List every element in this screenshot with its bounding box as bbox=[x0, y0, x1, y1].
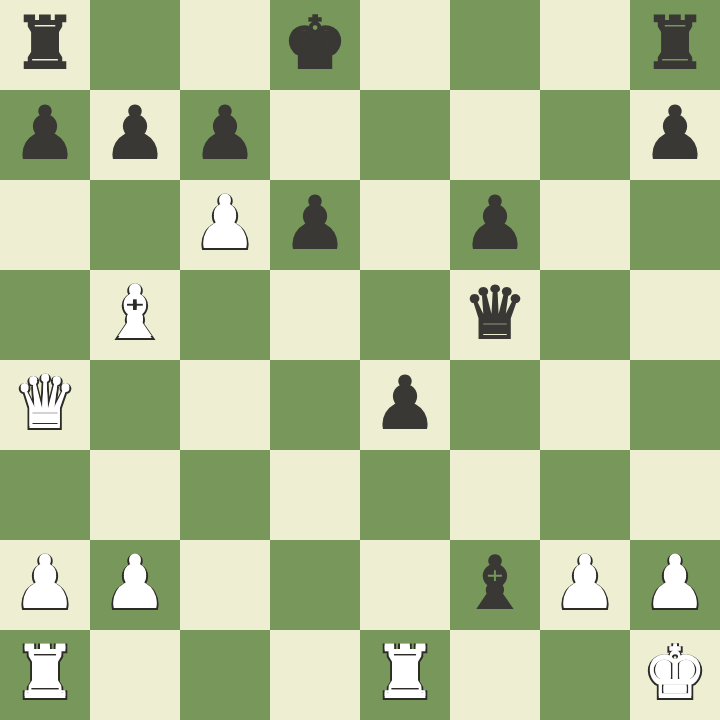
square-g4[interactable] bbox=[540, 360, 630, 450]
piece-fill: ♟ bbox=[193, 176, 258, 266]
piece-white-queen-a4[interactable]: ♛♛ bbox=[13, 358, 78, 448]
square-c1[interactable] bbox=[180, 630, 270, 720]
square-h2[interactable]: ♟♟ bbox=[630, 540, 720, 630]
piece-black-rook-h8[interactable]: ♜ bbox=[643, 0, 708, 88]
square-b4[interactable] bbox=[90, 360, 180, 450]
square-b6[interactable] bbox=[90, 180, 180, 270]
piece-fill: ♛ bbox=[13, 356, 78, 446]
piece-black-pawn-a7[interactable]: ♟ bbox=[13, 88, 78, 178]
square-d7[interactable] bbox=[270, 90, 360, 180]
square-d8[interactable]: ♚ bbox=[270, 0, 360, 90]
piece-white-pawn-g2[interactable]: ♟♟ bbox=[553, 538, 618, 628]
piece-black-queen-f5[interactable]: ♛ bbox=[463, 268, 528, 358]
square-g1[interactable] bbox=[540, 630, 630, 720]
square-h3[interactable] bbox=[630, 450, 720, 540]
square-f4[interactable] bbox=[450, 360, 540, 450]
square-h6[interactable] bbox=[630, 180, 720, 270]
square-g5[interactable] bbox=[540, 270, 630, 360]
square-e7[interactable] bbox=[360, 90, 450, 180]
piece-white-king-h1[interactable]: ♚♚ bbox=[643, 628, 708, 718]
piece-fill: ♚ bbox=[643, 626, 708, 716]
piece-black-pawn-c7[interactable]: ♟ bbox=[193, 88, 258, 178]
square-b8[interactable] bbox=[90, 0, 180, 90]
square-e3[interactable] bbox=[360, 450, 450, 540]
piece-black-pawn-b7[interactable]: ♟ bbox=[103, 88, 168, 178]
square-f2[interactable]: ♝ bbox=[450, 540, 540, 630]
square-c2[interactable] bbox=[180, 540, 270, 630]
square-e5[interactable] bbox=[360, 270, 450, 360]
square-a4[interactable]: ♛♛ bbox=[0, 360, 90, 450]
square-h8[interactable]: ♜ bbox=[630, 0, 720, 90]
square-g3[interactable] bbox=[540, 450, 630, 540]
square-h7[interactable]: ♟ bbox=[630, 90, 720, 180]
piece-white-rook-a1[interactable]: ♜♜ bbox=[13, 628, 78, 718]
square-d5[interactable] bbox=[270, 270, 360, 360]
square-f5[interactable]: ♛ bbox=[450, 270, 540, 360]
square-b3[interactable] bbox=[90, 450, 180, 540]
piece-fill: ♜ bbox=[13, 626, 78, 716]
square-d1[interactable] bbox=[270, 630, 360, 720]
piece-fill: ♟ bbox=[643, 536, 708, 626]
square-a2[interactable]: ♟♟ bbox=[0, 540, 90, 630]
square-b7[interactable]: ♟ bbox=[90, 90, 180, 180]
piece-white-pawn-c6[interactable]: ♟♟ bbox=[193, 178, 258, 268]
square-e4[interactable]: ♟ bbox=[360, 360, 450, 450]
chess-board: ♜♚♜♟♟♟♟♟♟♟♟♝♝♛♛♛♟♟♟♟♟♝♟♟♟♟♜♜♜♜♚♚ bbox=[0, 0, 720, 720]
square-a8[interactable]: ♜ bbox=[0, 0, 90, 90]
piece-black-rook-a8[interactable]: ♜ bbox=[13, 0, 78, 88]
square-f7[interactable] bbox=[450, 90, 540, 180]
square-d3[interactable] bbox=[270, 450, 360, 540]
square-d2[interactable] bbox=[270, 540, 360, 630]
piece-fill: ♟ bbox=[553, 536, 618, 626]
square-b5[interactable]: ♝♝ bbox=[90, 270, 180, 360]
square-d6[interactable]: ♟ bbox=[270, 180, 360, 270]
square-f8[interactable] bbox=[450, 0, 540, 90]
piece-black-bishop-f2[interactable]: ♝ bbox=[463, 538, 528, 628]
square-a6[interactable] bbox=[0, 180, 90, 270]
square-a5[interactable] bbox=[0, 270, 90, 360]
square-f1[interactable] bbox=[450, 630, 540, 720]
piece-fill: ♝ bbox=[103, 266, 168, 356]
square-e6[interactable] bbox=[360, 180, 450, 270]
square-g8[interactable] bbox=[540, 0, 630, 90]
square-a3[interactable] bbox=[0, 450, 90, 540]
piece-white-bishop-b5[interactable]: ♝♝ bbox=[103, 268, 168, 358]
piece-black-pawn-f6[interactable]: ♟ bbox=[463, 178, 528, 268]
square-g7[interactable] bbox=[540, 90, 630, 180]
square-c4[interactable] bbox=[180, 360, 270, 450]
square-g2[interactable]: ♟♟ bbox=[540, 540, 630, 630]
piece-black-pawn-e4[interactable]: ♟ bbox=[373, 358, 438, 448]
piece-white-pawn-b2[interactable]: ♟♟ bbox=[103, 538, 168, 628]
square-f3[interactable] bbox=[450, 450, 540, 540]
piece-white-rook-e1[interactable]: ♜♜ bbox=[373, 628, 438, 718]
square-f6[interactable]: ♟ bbox=[450, 180, 540, 270]
square-e1[interactable]: ♜♜ bbox=[360, 630, 450, 720]
square-h1[interactable]: ♚♚ bbox=[630, 630, 720, 720]
piece-fill: ♜ bbox=[373, 626, 438, 716]
square-b1[interactable] bbox=[90, 630, 180, 720]
square-c3[interactable] bbox=[180, 450, 270, 540]
piece-black-pawn-d6[interactable]: ♟ bbox=[283, 178, 348, 268]
square-d4[interactable] bbox=[270, 360, 360, 450]
square-c5[interactable] bbox=[180, 270, 270, 360]
piece-fill: ♟ bbox=[13, 536, 78, 626]
square-e8[interactable] bbox=[360, 0, 450, 90]
square-e2[interactable] bbox=[360, 540, 450, 630]
square-c8[interactable] bbox=[180, 0, 270, 90]
piece-fill: ♟ bbox=[103, 536, 168, 626]
square-a1[interactable]: ♜♜ bbox=[0, 630, 90, 720]
square-c6[interactable]: ♟♟ bbox=[180, 180, 270, 270]
square-c7[interactable]: ♟ bbox=[180, 90, 270, 180]
piece-black-pawn-h7[interactable]: ♟ bbox=[643, 88, 708, 178]
square-g6[interactable] bbox=[540, 180, 630, 270]
square-h4[interactable] bbox=[630, 360, 720, 450]
square-b2[interactable]: ♟♟ bbox=[90, 540, 180, 630]
square-h5[interactable] bbox=[630, 270, 720, 360]
piece-black-king-d8[interactable]: ♚ bbox=[283, 0, 348, 88]
square-a7[interactable]: ♟ bbox=[0, 90, 90, 180]
piece-white-pawn-a2[interactable]: ♟♟ bbox=[13, 538, 78, 628]
piece-white-pawn-h2[interactable]: ♟♟ bbox=[643, 538, 708, 628]
